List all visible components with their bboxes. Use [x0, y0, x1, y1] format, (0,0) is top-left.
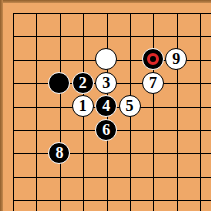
stone-white-1: 1 — [72, 95, 94, 117]
board-edge-top — [0, 0, 211, 3]
stone-white-5: 5 — [119, 95, 141, 117]
stone-black-4: 4 — [95, 95, 117, 117]
stone-black — [48, 72, 70, 94]
stone-white — [95, 48, 117, 70]
stone-black-6: 6 — [95, 119, 117, 141]
stone-black-marked — [142, 48, 164, 70]
stone-black-2: 2 — [72, 72, 94, 94]
stone-white-9: 9 — [165, 48, 187, 70]
circle-marker-icon — [147, 53, 159, 65]
stone-black-8: 8 — [48, 142, 70, 164]
stone-white-7: 7 — [142, 72, 164, 94]
stone-white-3: 3 — [95, 72, 117, 94]
go-board: 923714568 — [0, 0, 211, 211]
stones-layer: 923714568 — [1, 1, 211, 211]
board-edge-left — [0, 0, 3, 211]
